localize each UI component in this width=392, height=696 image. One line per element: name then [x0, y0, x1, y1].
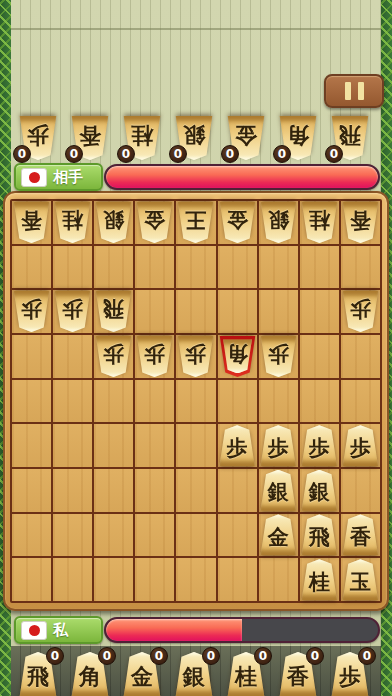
opponent-piece-香[interactable]: 香	[342, 202, 379, 243]
opponent-hand-桂[interactable]: 桂0	[123, 116, 161, 160]
shogi-board: 香桂銀金王金銀桂香歩歩飛歩歩歩歩角歩歩歩歩歩銀銀金飛香桂玉	[3, 191, 389, 611]
captured-count-badge: 0	[150, 647, 168, 665]
japan-flag-icon	[21, 168, 47, 187]
opponent-hand-角[interactable]: 角0	[279, 116, 317, 160]
pause-icon	[358, 82, 364, 100]
opponent-name: 相手	[53, 168, 83, 187]
my-piece-歩[interactable]: 歩	[301, 425, 338, 466]
board-cell[interactable]: 香	[12, 201, 51, 244]
board-cell[interactable]: 王	[176, 201, 215, 244]
board-cell[interactable]: 角	[218, 335, 257, 378]
board-cell[interactable]	[135, 246, 174, 289]
opponent-piece-角-lastmove[interactable]: 角	[219, 336, 256, 377]
board-cell[interactable]: 銀	[300, 469, 339, 512]
board-cell[interactable]: 玉	[341, 558, 380, 601]
opponent-piece-歩[interactable]: 歩	[54, 291, 91, 332]
opponent-piece-金[interactable]: 金	[136, 202, 173, 243]
opponent-hand-飛[interactable]: 飛0	[331, 116, 369, 160]
board-cell[interactable]	[12, 424, 51, 467]
shogi-game-screen: 歩0香0桂0銀0金0角0飛0 相手 香桂銀金王金銀桂香歩歩飛歩歩歩歩角歩歩歩歩歩…	[0, 0, 392, 696]
board-cell[interactable]	[300, 380, 339, 423]
captured-count-badge: 0	[273, 145, 291, 163]
board-cell[interactable]: 歩	[300, 424, 339, 467]
tatami-seam	[11, 28, 381, 30]
board-cell[interactable]	[135, 469, 174, 512]
opponent-piece-桂[interactable]: 桂	[301, 202, 338, 243]
board-cell[interactable]	[218, 469, 257, 512]
board-cell[interactable]	[341, 335, 380, 378]
opponent-piece-歩[interactable]: 歩	[342, 291, 379, 332]
board-cell[interactable]	[53, 514, 92, 557]
opponent-piece-歩[interactable]: 歩	[136, 336, 173, 377]
board-cell[interactable]	[12, 246, 51, 289]
my-hand-桂[interactable]: 桂0	[227, 652, 265, 696]
board-cell[interactable]	[341, 469, 380, 512]
board-cell[interactable]: 歩	[259, 335, 298, 378]
opponent-hand-香[interactable]: 香0	[71, 116, 109, 160]
opponent-piece-桂[interactable]: 桂	[54, 202, 91, 243]
captured-count-badge: 0	[306, 647, 324, 665]
board-cell[interactable]	[53, 558, 92, 601]
board-cell[interactable]: 金	[218, 201, 257, 244]
board-cell[interactable]	[94, 246, 133, 289]
my-hand-角[interactable]: 角0	[71, 652, 109, 696]
opponent-piece-香[interactable]: 香	[13, 202, 50, 243]
japan-flag-icon	[21, 621, 47, 640]
my-hand-歩[interactable]: 歩0	[331, 652, 369, 696]
opponent-hp-fill	[106, 166, 378, 188]
board-cell[interactable]	[53, 380, 92, 423]
captured-count-badge: 0	[254, 647, 272, 665]
board-cell[interactable]: 歩	[12, 290, 51, 333]
board-cell[interactable]	[12, 335, 51, 378]
opponent-hp-bar	[104, 164, 380, 190]
board-cell[interactable]: 歩	[259, 424, 298, 467]
board-cell[interactable]	[341, 380, 380, 423]
opponent-hand-銀[interactable]: 銀0	[175, 116, 213, 160]
board-cell[interactable]	[53, 335, 92, 378]
captured-count-badge: 0	[13, 145, 31, 163]
opponent-piece-王[interactable]: 王	[177, 202, 214, 243]
my-name: 私	[53, 621, 68, 640]
board-cell[interactable]	[176, 380, 215, 423]
my-hand-金[interactable]: 金0	[123, 652, 161, 696]
my-piece-歩[interactable]: 歩	[342, 425, 379, 466]
board-cell[interactable]	[94, 514, 133, 557]
board-cell[interactable]	[176, 424, 215, 467]
opponent-hand-金[interactable]: 金0	[227, 116, 265, 160]
board-cell[interactable]	[300, 290, 339, 333]
my-piece-歩[interactable]: 歩	[260, 425, 297, 466]
board-cell[interactable]	[135, 424, 174, 467]
my-piece-桂[interactable]: 桂	[301, 559, 338, 600]
board-cell[interactable]	[135, 380, 174, 423]
board-cell[interactable]: 飛	[300, 514, 339, 557]
my-piece-銀[interactable]: 銀	[260, 470, 297, 511]
board-cell[interactable]: 桂	[300, 201, 339, 244]
captured-count-badge: 0	[169, 145, 187, 163]
my-hand-銀[interactable]: 銀0	[175, 652, 213, 696]
board-cell[interactable]: 歩	[341, 290, 380, 333]
board-cell[interactable]	[341, 246, 380, 289]
my-piece-歩[interactable]: 歩	[219, 425, 256, 466]
board-cell[interactable]: 銀	[94, 201, 133, 244]
captured-count-badge: 0	[325, 145, 343, 163]
opponent-piece-飛[interactable]: 飛	[95, 291, 132, 332]
board-cell[interactable]: 香	[341, 514, 380, 557]
board-cell[interactable]: 飛	[94, 290, 133, 333]
board-cell[interactable]: 歩	[94, 335, 133, 378]
opponent-piece-歩[interactable]: 歩	[13, 291, 50, 332]
board-cell[interactable]: 歩	[176, 335, 215, 378]
board-cell[interactable]	[218, 290, 257, 333]
board-cell[interactable]	[218, 380, 257, 423]
board-cell[interactable]	[53, 469, 92, 512]
board-cell[interactable]	[300, 335, 339, 378]
board-cell[interactable]: 歩	[341, 424, 380, 467]
my-name-tag: 私	[14, 616, 103, 644]
board-cell[interactable]	[12, 558, 51, 601]
my-piece-玉[interactable]: 玉	[342, 559, 379, 600]
board-grid: 香桂銀金王金銀桂香歩歩飛歩歩歩歩角歩歩歩歩歩銀銀金飛香桂玉	[10, 199, 382, 603]
opponent-piece-歩[interactable]: 歩	[95, 336, 132, 377]
board-cell[interactable]: 歩	[53, 290, 92, 333]
captured-count-badge: 0	[98, 647, 116, 665]
my-piece-飛[interactable]: 飛	[301, 514, 338, 555]
my-piece-金[interactable]: 金	[260, 514, 297, 555]
board-cell[interactable]	[218, 246, 257, 289]
board-cell[interactable]	[94, 380, 133, 423]
board-cell[interactable]: 歩	[135, 335, 174, 378]
pause-icon	[345, 82, 351, 100]
opponent-piece-銀[interactable]: 銀	[95, 202, 132, 243]
board-cell[interactable]	[135, 514, 174, 557]
captured-count-badge: 0	[117, 145, 135, 163]
board-cell[interactable]	[135, 290, 174, 333]
board-cell[interactable]	[259, 246, 298, 289]
board-cell[interactable]: 銀	[259, 469, 298, 512]
board-cell[interactable]	[176, 514, 215, 557]
my-hp-fill	[106, 619, 242, 641]
board-cell[interactable]	[176, 469, 215, 512]
my-hp-bar	[104, 617, 380, 643]
opponent-piece-歩[interactable]: 歩	[177, 336, 214, 377]
board-cell[interactable]: 桂	[300, 558, 339, 601]
board-cell[interactable]: 金	[259, 514, 298, 557]
board-cell[interactable]	[94, 469, 133, 512]
board-cell[interactable]	[259, 290, 298, 333]
board-cell[interactable]	[94, 558, 133, 601]
board-cell[interactable]: 銀	[259, 201, 298, 244]
board-cell[interactable]	[12, 380, 51, 423]
board-cell[interactable]	[12, 514, 51, 557]
board-cell[interactable]	[259, 558, 298, 601]
board-cell[interactable]: 金	[135, 201, 174, 244]
captured-count-badge: 0	[221, 145, 239, 163]
captured-count-badge: 0	[202, 647, 220, 665]
board-cell[interactable]	[53, 424, 92, 467]
captured-count-badge: 0	[46, 647, 64, 665]
board-cell[interactable]	[259, 380, 298, 423]
board-cell[interactable]	[94, 424, 133, 467]
board-cell[interactable]: 桂	[53, 201, 92, 244]
opponent-hand-歩[interactable]: 歩0	[19, 116, 57, 160]
board-cell[interactable]	[300, 246, 339, 289]
pause-button[interactable]	[324, 74, 384, 108]
opponent-piece-金[interactable]: 金	[219, 202, 256, 243]
captured-count-badge: 0	[65, 145, 83, 163]
opponent-name-tag: 相手	[14, 163, 103, 191]
board-cell[interactable]	[176, 290, 215, 333]
board-cell[interactable]: 歩	[218, 424, 257, 467]
captured-count-badge: 0	[358, 647, 376, 665]
my-piece-銀[interactable]: 銀	[301, 470, 338, 511]
opponent-piece-銀[interactable]: 銀	[260, 202, 297, 243]
opponent-piece-歩[interactable]: 歩	[260, 336, 297, 377]
board-cell[interactable]	[176, 246, 215, 289]
board-cell[interactable]	[176, 558, 215, 601]
board-cell[interactable]: 香	[341, 201, 380, 244]
my-piece-香[interactable]: 香	[342, 514, 379, 555]
board-cell[interactable]	[218, 514, 257, 557]
my-hand-飛[interactable]: 飛0	[19, 652, 57, 696]
board-cell[interactable]	[53, 246, 92, 289]
board-cell[interactable]	[135, 558, 174, 601]
board-cell[interactable]	[12, 469, 51, 512]
board-cell[interactable]	[218, 558, 257, 601]
my-hand-香[interactable]: 香0	[279, 652, 317, 696]
